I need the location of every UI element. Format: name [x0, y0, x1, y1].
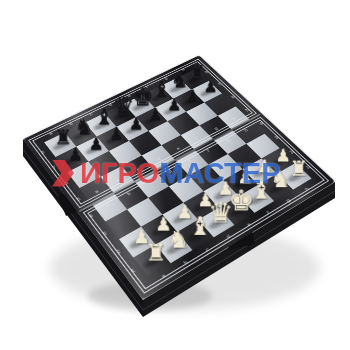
coord-rank-left: 4: [89, 214, 94, 219]
coord-file-seam-upper: a: [94, 189, 99, 194]
coord-file-bottom: h: [304, 187, 310, 192]
coord-rank-right: 4: [259, 122, 264, 126]
coord-file-seam-lower: b: [126, 192, 131, 197]
coord-file-bottom: b: [183, 260, 189, 266]
piece-black-p[interactable]: ♟: [60, 127, 90, 163]
product-photo-scene: aaaabbbbccccddddeeeeffffgggghhhh11223344…: [0, 0, 350, 350]
coord-rank-left: 6: [64, 181, 69, 186]
coord-rank-left: 1: [130, 268, 136, 274]
coord-rank-left: 8: [40, 150, 45, 154]
square-b4[interactable]: [114, 182, 149, 210]
coord-rank-left: 2: [116, 249, 122, 254]
square-a5[interactable]: [79, 177, 113, 205]
coord-file-seam-upper: b: [115, 178, 120, 183]
square-a4[interactable]: [92, 193, 127, 222]
coord-file-seam-lower: d: [167, 169, 172, 173]
coord-rank-left: 5: [76, 197, 81, 202]
coord-file-bottom: a: [161, 274, 167, 280]
coord-file-seam-upper: c: [136, 168, 141, 172]
coord-rank-right: 6: [231, 95, 236, 99]
coord-file-seam-lower: c: [147, 180, 152, 184]
coord-file-bottom: c: [205, 247, 211, 252]
coord-file-seam-lower: a: [105, 203, 110, 208]
coord-file-bottom: e: [246, 222, 252, 227]
coord-file-bottom: f: [266, 211, 271, 215]
coord-rank-right: 5: [245, 108, 250, 112]
coord-rank-left: 7: [52, 165, 57, 169]
coord-file-bottom: d: [226, 234, 232, 239]
coord-file-bottom: g: [285, 198, 291, 203]
square-a6[interactable]: [67, 162, 101, 189]
coord-rank-left: 3: [102, 231, 107, 236]
piece-white-r[interactable]: ♜: [139, 225, 173, 266]
square-b5[interactable]: [101, 166, 135, 193]
